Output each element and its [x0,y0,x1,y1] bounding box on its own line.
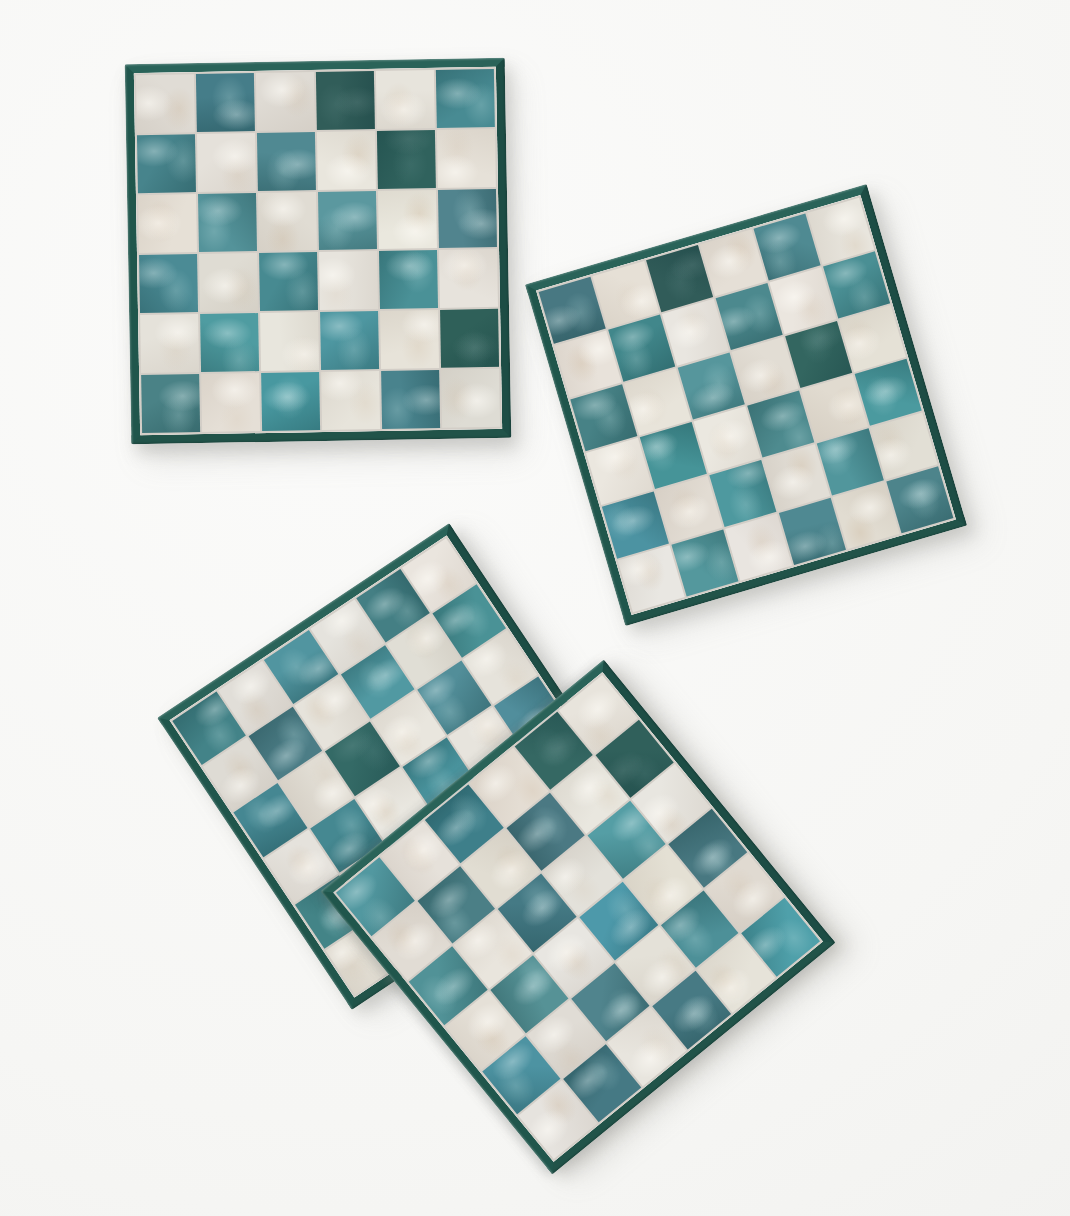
coaster-1 [125,58,512,445]
coaster-1-cell-r4c1-teal [139,254,198,313]
coaster-1-cell-r3c1-pearl [138,194,197,253]
coaster-1-cell-r1c2-teal [196,73,255,132]
coaster-1-grid [134,67,502,435]
coaster-1-cell-r2c6-pearl [437,129,496,188]
photo-background [0,0,1070,1216]
coaster-1-cell-r5c6-teal [440,309,499,368]
coaster-1-cell-r4c5-teal [379,250,438,309]
coaster-1-cell-r5c5-pearl [380,310,439,369]
coaster-1-cell-r6c4-pearl [321,371,380,430]
coaster-2 [525,184,967,626]
coaster-1-cell-r1c4-teal [316,71,375,130]
coaster-1-cell-r4c4-pearl [319,251,378,310]
coaster-1-cell-r1c1-pearl [136,74,195,133]
coaster-1-cell-r3c4-teal [318,191,377,250]
coaster-1-cell-r5c2-teal [200,313,259,372]
coaster-1-cell-r5c3-pearl [260,312,319,371]
coaster-1-cell-r1c5-pearl [376,70,435,129]
coaster-1-cell-r3c5-pearl [378,190,437,249]
coaster-1-cell-r6c5-teal [381,370,440,429]
coaster-1-cell-r5c1-pearl [140,314,199,373]
coaster-1-cell-r2c1-teal [137,134,196,193]
coaster-1-cell-r5c4-teal [320,311,379,370]
coaster-1-cell-r3c3-pearl [258,192,317,251]
coaster-1-cell-r3c6-teal [438,189,497,248]
coaster-2-grid [536,195,956,615]
coaster-1-cell-r4c6-pearl [439,249,498,308]
coaster-1-cell-r6c6-pearl [441,369,500,428]
coaster-1-cell-r1c3-pearl [256,72,315,131]
coaster-1-cell-r1c6-teal [436,69,495,128]
coaster-1-cell-r2c5-teal [377,130,436,189]
coaster-1-cell-r2c3-teal [257,132,316,191]
coaster-1-cell-r6c2-pearl [201,373,260,432]
coaster-1-cell-r3c2-teal [198,193,257,252]
coaster-1-cell-r4c2-pearl [199,253,258,312]
coaster-1-cell-r2c2-pearl [197,133,256,192]
coaster-1-cell-r4c3-teal [259,252,318,311]
coaster-1-cell-r2c4-pearl [317,131,376,190]
coaster-1-cell-r6c3-teal [261,372,320,431]
coaster-1-cell-r6c1-teal [141,374,200,433]
